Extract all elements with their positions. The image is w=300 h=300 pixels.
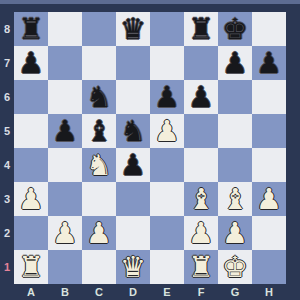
square-f1[interactable]: ♜ <box>184 250 218 284</box>
white-pawn[interactable]: ♟ <box>184 216 218 250</box>
white-pawn[interactable]: ♟ <box>14 182 48 216</box>
white-queen[interactable]: ♛ <box>116 250 150 284</box>
square-a3[interactable]: ♟ <box>14 182 48 216</box>
rank-label-5: 5 <box>0 114 14 148</box>
square-c8[interactable] <box>82 12 116 46</box>
square-h2[interactable] <box>252 216 286 250</box>
square-e3[interactable] <box>150 182 184 216</box>
white-pawn[interactable]: ♟ <box>150 114 184 148</box>
square-g4[interactable] <box>218 148 252 182</box>
square-d8[interactable]: ♛ <box>116 12 150 46</box>
file-label-a: A <box>14 284 48 300</box>
square-c7[interactable] <box>82 46 116 80</box>
white-pawn[interactable]: ♟ <box>252 182 286 216</box>
black-pawn[interactable]: ♟ <box>48 114 82 148</box>
square-g2[interactable]: ♟ <box>218 216 252 250</box>
square-b6[interactable] <box>48 80 82 114</box>
square-e8[interactable] <box>150 12 184 46</box>
square-g8[interactable]: ♚ <box>218 12 252 46</box>
square-d7[interactable] <box>116 46 150 80</box>
square-d4[interactable]: ♟ <box>116 148 150 182</box>
rank-labels: 87654321 <box>0 12 14 284</box>
square-h6[interactable] <box>252 80 286 114</box>
white-pawn[interactable]: ♟ <box>48 216 82 250</box>
black-pawn[interactable]: ♟ <box>218 46 252 80</box>
square-g5[interactable] <box>218 114 252 148</box>
white-pawn[interactable]: ♟ <box>218 216 252 250</box>
rank-label-3: 3 <box>0 182 14 216</box>
square-b5[interactable]: ♟ <box>48 114 82 148</box>
file-labels: ABCDEFGH <box>14 284 286 300</box>
black-pawn[interactable]: ♟ <box>116 148 150 182</box>
square-c6[interactable]: ♞ <box>82 80 116 114</box>
file-label-g: G <box>218 284 252 300</box>
white-pawn[interactable]: ♟ <box>82 216 116 250</box>
rank-label-8: 8 <box>0 12 14 46</box>
square-f6[interactable]: ♟ <box>184 80 218 114</box>
square-a7[interactable]: ♟ <box>14 46 48 80</box>
black-knight[interactable]: ♞ <box>116 114 150 148</box>
square-b7[interactable] <box>48 46 82 80</box>
square-f4[interactable] <box>184 148 218 182</box>
black-pawn[interactable]: ♟ <box>150 80 184 114</box>
white-knight[interactable]: ♞ <box>82 148 116 182</box>
black-king[interactable]: ♚ <box>218 12 252 46</box>
square-e1[interactable] <box>150 250 184 284</box>
file-label-c: C <box>82 284 116 300</box>
square-g6[interactable] <box>218 80 252 114</box>
white-king[interactable]: ♚ <box>218 250 252 284</box>
black-queen[interactable]: ♛ <box>116 12 150 46</box>
square-c1[interactable] <box>82 250 116 284</box>
square-h3[interactable]: ♟ <box>252 182 286 216</box>
white-rook[interactable]: ♜ <box>14 250 48 284</box>
square-e2[interactable] <box>150 216 184 250</box>
square-e7[interactable] <box>150 46 184 80</box>
square-d2[interactable] <box>116 216 150 250</box>
square-b8[interactable] <box>48 12 82 46</box>
square-b4[interactable] <box>48 148 82 182</box>
square-a8[interactable]: ♜ <box>14 12 48 46</box>
square-a1[interactable]: ♜ <box>14 250 48 284</box>
board-top-strip <box>0 0 300 4</box>
square-d1[interactable]: ♛ <box>116 250 150 284</box>
square-f3[interactable]: ♝ <box>184 182 218 216</box>
square-h1[interactable] <box>252 250 286 284</box>
square-h7[interactable]: ♟ <box>252 46 286 80</box>
black-knight[interactable]: ♞ <box>82 80 116 114</box>
square-g1[interactable]: ♚ <box>218 250 252 284</box>
square-g7[interactable]: ♟ <box>218 46 252 80</box>
square-a6[interactable] <box>14 80 48 114</box>
file-label-d: D <box>116 284 150 300</box>
square-f5[interactable] <box>184 114 218 148</box>
square-a5[interactable] <box>14 114 48 148</box>
square-e6[interactable]: ♟ <box>150 80 184 114</box>
square-c5[interactable]: ♝ <box>82 114 116 148</box>
white-bishop[interactable]: ♝ <box>218 182 252 216</box>
square-b3[interactable] <box>48 182 82 216</box>
rank-label-4: 4 <box>0 148 14 182</box>
white-rook[interactable]: ♜ <box>184 250 218 284</box>
black-rook[interactable]: ♜ <box>184 12 218 46</box>
file-label-h: H <box>252 284 286 300</box>
black-pawn[interactable]: ♟ <box>252 46 286 80</box>
square-f2[interactable]: ♟ <box>184 216 218 250</box>
black-bishop[interactable]: ♝ <box>82 114 116 148</box>
rank-label-6: 6 <box>0 80 14 114</box>
chess-board: ♜♛♜♚♟♟♟♞♟♟♟♝♞♟♞♟♟♝♝♟♟♟♟♟♜♛♜♚ <box>14 12 286 284</box>
square-a2[interactable] <box>14 216 48 250</box>
black-pawn[interactable]: ♟ <box>184 80 218 114</box>
square-h4[interactable] <box>252 148 286 182</box>
chess-board-frame: ♜♛♜♚♟♟♟♞♟♟♟♝♞♟♞♟♟♝♝♟♟♟♟♟♜♛♜♚ 87654321 AB… <box>0 0 300 300</box>
square-h8[interactable] <box>252 12 286 46</box>
square-d3[interactable] <box>116 182 150 216</box>
file-label-b: B <box>48 284 82 300</box>
square-h5[interactable] <box>252 114 286 148</box>
white-bishop[interactable]: ♝ <box>184 182 218 216</box>
square-d5[interactable]: ♞ <box>116 114 150 148</box>
square-d6[interactable] <box>116 80 150 114</box>
square-f8[interactable]: ♜ <box>184 12 218 46</box>
square-g3[interactable]: ♝ <box>218 182 252 216</box>
black-pawn[interactable]: ♟ <box>14 46 48 80</box>
file-label-f: F <box>184 284 218 300</box>
square-e5[interactable]: ♟ <box>150 114 184 148</box>
rank-label-1: 1 <box>0 250 14 284</box>
square-c4[interactable]: ♞ <box>82 148 116 182</box>
rank-label-7: 7 <box>0 46 14 80</box>
square-b1[interactable] <box>48 250 82 284</box>
rank-label-2: 2 <box>0 216 14 250</box>
square-c2[interactable]: ♟ <box>82 216 116 250</box>
square-b2[interactable]: ♟ <box>48 216 82 250</box>
black-rook[interactable]: ♜ <box>14 12 48 46</box>
square-f7[interactable] <box>184 46 218 80</box>
square-e4[interactable] <box>150 148 184 182</box>
square-a4[interactable] <box>14 148 48 182</box>
file-label-e: E <box>150 284 184 300</box>
square-c3[interactable] <box>82 182 116 216</box>
